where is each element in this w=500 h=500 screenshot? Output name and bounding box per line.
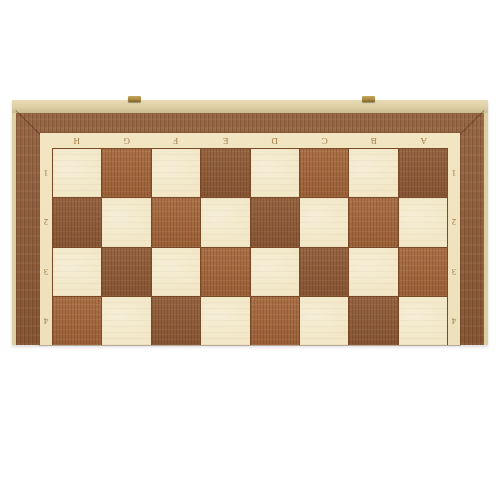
brass-hinge-left: [128, 96, 141, 102]
rank-label-right-2: 2: [448, 197, 460, 246]
square-f1: [152, 149, 200, 197]
square-g2: [102, 198, 150, 246]
square-c4: [300, 297, 348, 345]
square-h2: [53, 198, 101, 246]
square-a1: [399, 149, 447, 197]
rank-label-left-4: 4: [40, 296, 52, 345]
square-d1: [251, 149, 299, 197]
square-b4: [349, 297, 397, 345]
square-a3: [399, 248, 447, 296]
board-top-edge: [12, 100, 488, 113]
square-h1: [53, 149, 101, 197]
file-label-d: D: [250, 133, 300, 148]
file-label-b: B: [349, 133, 399, 148]
square-a2: [399, 198, 447, 246]
square-g3: [102, 248, 150, 296]
square-h4: [53, 297, 101, 345]
mahogany-frame: HGFEDCBA 1234 1234: [16, 113, 484, 345]
file-label-e: E: [201, 133, 251, 148]
square-e2: [201, 198, 249, 246]
file-label-a: A: [399, 133, 449, 148]
square-g1: [102, 149, 150, 197]
square-h3: [53, 248, 101, 296]
square-a4: [399, 297, 447, 345]
square-e4: [201, 297, 249, 345]
folding-chessboard-half: HGFEDCBA 1234 1234: [12, 100, 488, 345]
square-c1: [300, 149, 348, 197]
rank-labels-right: 1234: [448, 148, 460, 345]
square-d3: [251, 248, 299, 296]
square-f3: [152, 248, 200, 296]
square-g4: [102, 297, 150, 345]
rank-label-left-3: 3: [40, 247, 52, 296]
rank-label-left-1: 1: [40, 148, 52, 197]
rank-label-right-3: 3: [448, 247, 460, 296]
squares-grid: [52, 148, 448, 345]
frame-mitre-top-right: [458, 110, 484, 136]
rank-label-right-4: 4: [448, 296, 460, 345]
square-d2: [251, 198, 299, 246]
square-f2: [152, 198, 200, 246]
brass-hinge-right: [362, 96, 375, 102]
file-label-g: G: [102, 133, 152, 148]
product-photo: HGFEDCBA 1234 1234: [0, 0, 500, 500]
square-b3: [349, 248, 397, 296]
file-label-f: F: [151, 133, 201, 148]
square-c3: [300, 248, 348, 296]
file-labels: HGFEDCBA: [52, 133, 448, 148]
maple-border: HGFEDCBA 1234 1234: [40, 133, 460, 345]
square-f4: [152, 297, 200, 345]
file-label-c: C: [300, 133, 350, 148]
square-b2: [349, 198, 397, 246]
rank-label-right-1: 1: [448, 148, 460, 197]
file-label-h: H: [52, 133, 102, 148]
square-e1: [201, 149, 249, 197]
square-b1: [349, 149, 397, 197]
rank-label-left-2: 2: [40, 197, 52, 246]
square-e3: [201, 248, 249, 296]
rank-labels-left: 1234: [40, 148, 52, 345]
square-c2: [300, 198, 348, 246]
square-d4: [251, 297, 299, 345]
frame-mitre-top-left: [15, 110, 41, 136]
